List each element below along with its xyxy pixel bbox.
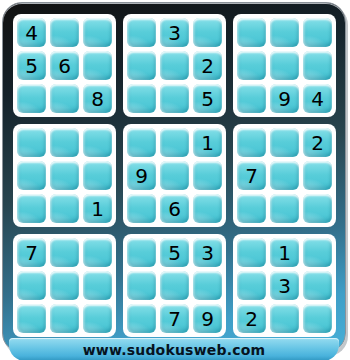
sudoku-cell-r7c4[interactable]	[127, 238, 156, 267]
sudoku-cell-r3c2[interactable]	[50, 84, 79, 113]
sudoku-board: 45683259411962775379132	[3, 3, 345, 337]
sudoku-cell-r9c9[interactable]	[303, 304, 332, 333]
sudoku-cell-r2c2[interactable]: 6	[50, 51, 79, 80]
sudoku-cell-r5c1[interactable]	[17, 161, 46, 190]
sudoku-page: 45683259411962775379132 www.sudokusweb.c…	[0, 0, 350, 360]
sudoku-cell-r2c1[interactable]: 5	[17, 51, 46, 80]
sudoku-cell-r8c2[interactable]	[50, 271, 79, 300]
sudoku-cell-r6c2[interactable]	[50, 194, 79, 223]
sudoku-block-6: 27	[233, 124, 336, 227]
sudoku-cell-r4c6[interactable]: 1	[193, 128, 222, 157]
sudoku-cell-r5c9[interactable]	[303, 161, 332, 190]
sudoku-cell-r4c8[interactable]	[270, 128, 299, 157]
sudoku-cell-r1c6[interactable]	[193, 18, 222, 47]
sudoku-block-7: 7	[13, 234, 116, 337]
sudoku-cell-r6c6[interactable]	[193, 194, 222, 223]
sudoku-cell-r5c8[interactable]	[270, 161, 299, 190]
sudoku-cell-r6c9[interactable]	[303, 194, 332, 223]
sudoku-cell-r4c2[interactable]	[50, 128, 79, 157]
sudoku-cell-r3c8[interactable]: 9	[270, 84, 299, 113]
sudoku-cell-r9c2[interactable]	[50, 304, 79, 333]
sudoku-cell-r9c7[interactable]: 2	[237, 304, 266, 333]
sudoku-cell-r2c5[interactable]	[160, 51, 189, 80]
sudoku-cell-r1c3[interactable]	[83, 18, 112, 47]
sudoku-cell-r9c4[interactable]	[127, 304, 156, 333]
sudoku-cell-r3c1[interactable]	[17, 84, 46, 113]
sudoku-cell-r4c1[interactable]	[17, 128, 46, 157]
sudoku-cell-r7c5[interactable]: 5	[160, 238, 189, 267]
sudoku-cell-r5c6[interactable]	[193, 161, 222, 190]
sudoku-cell-r3c3[interactable]: 8	[83, 84, 112, 113]
sudoku-cell-r8c4[interactable]	[127, 271, 156, 300]
sudoku-cell-r5c7[interactable]: 7	[237, 161, 266, 190]
sudoku-cell-r7c3[interactable]	[83, 238, 112, 267]
sudoku-cell-r9c1[interactable]	[17, 304, 46, 333]
sudoku-cell-r9c8[interactable]	[270, 304, 299, 333]
sudoku-cell-r3c6[interactable]: 5	[193, 84, 222, 113]
sudoku-cell-r1c7[interactable]	[237, 18, 266, 47]
footer-bar: www.sudokusweb.com	[9, 338, 339, 360]
sudoku-cell-r2c6[interactable]: 2	[193, 51, 222, 80]
sudoku-block-1: 4568	[13, 14, 116, 117]
sudoku-cell-r2c9[interactable]	[303, 51, 332, 80]
sudoku-cell-r1c1[interactable]: 4	[17, 18, 46, 47]
sudoku-cell-r8c7[interactable]	[237, 271, 266, 300]
sudoku-cell-r8c1[interactable]	[17, 271, 46, 300]
sudoku-cell-r9c3[interactable]	[83, 304, 112, 333]
sudoku-cell-r1c4[interactable]	[127, 18, 156, 47]
sudoku-cell-r9c5[interactable]: 7	[160, 304, 189, 333]
sudoku-cell-r1c5[interactable]: 3	[160, 18, 189, 47]
sudoku-cell-r4c5[interactable]	[160, 128, 189, 157]
sudoku-cell-r3c4[interactable]	[127, 84, 156, 113]
sudoku-cell-r9c6[interactable]: 9	[193, 304, 222, 333]
sudoku-block-4: 1	[13, 124, 116, 227]
sudoku-cell-r3c9[interactable]: 4	[303, 84, 332, 113]
sudoku-cell-r6c4[interactable]	[127, 194, 156, 223]
sudoku-cell-r8c9[interactable]	[303, 271, 332, 300]
sudoku-block-5: 196	[123, 124, 226, 227]
sudoku-cell-r5c5[interactable]	[160, 161, 189, 190]
sudoku-cell-r2c4[interactable]	[127, 51, 156, 80]
sudoku-cell-r1c2[interactable]	[50, 18, 79, 47]
sudoku-cell-r8c6[interactable]	[193, 271, 222, 300]
sudoku-cell-r6c8[interactable]	[270, 194, 299, 223]
sudoku-cell-r1c9[interactable]	[303, 18, 332, 47]
sudoku-cell-r6c3[interactable]: 1	[83, 194, 112, 223]
sudoku-cell-r3c7[interactable]	[237, 84, 266, 113]
sudoku-cell-r3c5[interactable]	[160, 84, 189, 113]
sudoku-cell-r4c7[interactable]	[237, 128, 266, 157]
sudoku-cell-r5c2[interactable]	[50, 161, 79, 190]
sudoku-cell-r7c1[interactable]: 7	[17, 238, 46, 267]
sudoku-cell-r5c3[interactable]	[83, 161, 112, 190]
sudoku-cell-r8c8[interactable]: 3	[270, 271, 299, 300]
sudoku-cell-r2c3[interactable]	[83, 51, 112, 80]
sudoku-cell-r7c2[interactable]	[50, 238, 79, 267]
sudoku-block-9: 132	[233, 234, 336, 337]
sudoku-cell-r2c7[interactable]	[237, 51, 266, 80]
sudoku-cell-r6c5[interactable]: 6	[160, 194, 189, 223]
sudoku-cell-r1c8[interactable]	[270, 18, 299, 47]
sudoku-block-8: 5379	[123, 234, 226, 337]
sudoku-cell-r2c8[interactable]	[270, 51, 299, 80]
sudoku-block-3: 94	[233, 14, 336, 117]
sudoku-cell-r7c7[interactable]	[237, 238, 266, 267]
sudoku-cell-r6c1[interactable]	[17, 194, 46, 223]
sudoku-board-frame: 45683259411962775379132 www.sudokusweb.c…	[2, 2, 346, 353]
sudoku-cell-r7c6[interactable]: 3	[193, 238, 222, 267]
sudoku-cell-r4c4[interactable]	[127, 128, 156, 157]
sudoku-cell-r8c5[interactable]	[160, 271, 189, 300]
sudoku-cell-r8c3[interactable]	[83, 271, 112, 300]
sudoku-cell-r7c8[interactable]: 1	[270, 238, 299, 267]
sudoku-cell-r4c9[interactable]: 2	[303, 128, 332, 157]
sudoku-cell-r7c9[interactable]	[303, 238, 332, 267]
sudoku-cell-r5c4[interactable]: 9	[127, 161, 156, 190]
site-url-label: www.sudokusweb.com	[83, 342, 266, 358]
sudoku-cell-r6c7[interactable]	[237, 194, 266, 223]
sudoku-block-2: 325	[123, 14, 226, 117]
sudoku-cell-r4c3[interactable]	[83, 128, 112, 157]
